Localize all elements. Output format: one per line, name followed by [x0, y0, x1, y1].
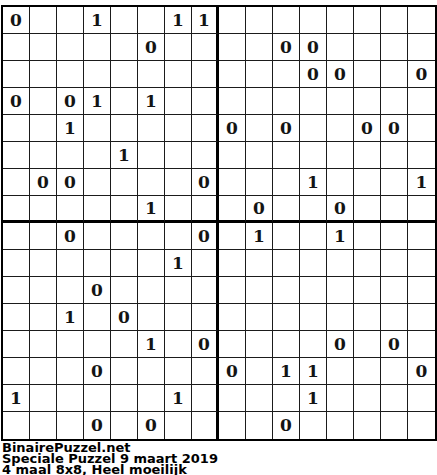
cell-r6c9[interactable]: [219, 142, 246, 169]
cell-r13c12[interactable]: [300, 331, 327, 358]
cell-r15c15[interactable]: [381, 385, 408, 412]
cell-r12c11[interactable]: [273, 304, 300, 331]
cell-r2c6: 0: [138, 34, 165, 61]
cell-r5c13[interactable]: [327, 115, 354, 142]
cell-r13c6: 1: [138, 331, 165, 358]
cell-r4c12[interactable]: [300, 88, 327, 115]
cell-r7c11[interactable]: [273, 169, 300, 196]
cell-r2c14[interactable]: [354, 34, 381, 61]
cell-r15c6[interactable]: [138, 385, 165, 412]
cell-r1c1: 0: [3, 7, 30, 34]
cell-r11c8[interactable]: [192, 277, 219, 304]
cell-r7c5[interactable]: [111, 169, 138, 196]
cell-r5c6[interactable]: [138, 115, 165, 142]
cell-r1c10[interactable]: [246, 7, 273, 34]
cell-r12c7[interactable]: [165, 304, 192, 331]
cell-r12c12[interactable]: [300, 304, 327, 331]
cell-r3c15[interactable]: [381, 61, 408, 88]
cell-r9c15[interactable]: [381, 223, 408, 250]
cell-r13c7[interactable]: [165, 331, 192, 358]
cell-r9c7[interactable]: [165, 223, 192, 250]
cell-r12c14[interactable]: [354, 304, 381, 331]
cell-r13c1[interactable]: [3, 331, 30, 358]
cell-r2c15[interactable]: [381, 34, 408, 61]
cell-r10c8[interactable]: [192, 250, 219, 277]
cell-r12c5: 0: [111, 304, 138, 331]
cell-r2c5[interactable]: [111, 34, 138, 61]
cell-r16c14[interactable]: [354, 412, 381, 439]
cell-r7c14[interactable]: [354, 169, 381, 196]
cell-r8c11[interactable]: [273, 196, 300, 223]
cell-r11c9[interactable]: [219, 277, 246, 304]
cell-r13c2[interactable]: [30, 331, 57, 358]
binairo-board: 0111000000001110000100011100001110101000…: [1, 5, 437, 441]
cell-r7c2: 0: [30, 169, 57, 196]
cell-r14c7[interactable]: [165, 358, 192, 385]
cell-r14c9: 0: [219, 358, 246, 385]
cell-r8c6: 1: [138, 196, 165, 223]
cell-r16c13[interactable]: [327, 412, 354, 439]
cell-r15c11[interactable]: [273, 385, 300, 412]
cell-r4c10[interactable]: [246, 88, 273, 115]
cell-r12c8[interactable]: [192, 304, 219, 331]
cell-r1c13[interactable]: [327, 7, 354, 34]
cell-r1c9[interactable]: [219, 7, 246, 34]
cell-r8c4[interactable]: [84, 196, 111, 223]
cell-r16c1[interactable]: [3, 412, 30, 439]
cell-r9c16[interactable]: [408, 223, 435, 250]
cell-r10c1[interactable]: [3, 250, 30, 277]
cell-r6c14[interactable]: [354, 142, 381, 169]
cell-r9c9[interactable]: [219, 223, 246, 250]
cell-r1c16[interactable]: [408, 7, 435, 34]
cell-r15c12: 1: [300, 385, 327, 412]
cell-r16c2[interactable]: [30, 412, 57, 439]
cell-r7c13[interactable]: [327, 169, 354, 196]
cell-r2c4[interactable]: [84, 34, 111, 61]
cell-r10c7: 1: [165, 250, 192, 277]
cell-r3c13: 0: [327, 61, 354, 88]
cell-r14c13[interactable]: [327, 358, 354, 385]
cell-r5c11: 0: [273, 115, 300, 142]
cell-r1c15[interactable]: [381, 7, 408, 34]
cell-r5c9: 0: [219, 115, 246, 142]
cell-r4c9[interactable]: [219, 88, 246, 115]
cell-r12c16[interactable]: [408, 304, 435, 331]
cell-r6c2[interactable]: [30, 142, 57, 169]
cell-r4c2[interactable]: [30, 88, 57, 115]
cell-r3c3[interactable]: [57, 61, 84, 88]
cell-r15c3[interactable]: [57, 385, 84, 412]
cell-r15c7: 1: [165, 385, 192, 412]
cell-r10c4[interactable]: [84, 250, 111, 277]
cell-r5c1[interactable]: [3, 115, 30, 142]
cell-r9c2[interactable]: [30, 223, 57, 250]
cell-r9c1[interactable]: [3, 223, 30, 250]
cell-r8c16[interactable]: [408, 196, 435, 223]
cell-r7c15[interactable]: [381, 169, 408, 196]
cell-r4c14[interactable]: [354, 88, 381, 115]
cell-r12c1[interactable]: [3, 304, 30, 331]
cell-r11c3[interactable]: [57, 277, 84, 304]
cell-r15c10[interactable]: [246, 385, 273, 412]
cell-r8c12[interactable]: [300, 196, 327, 223]
cell-r3c1[interactable]: [3, 61, 30, 88]
cell-r11c2[interactable]: [30, 277, 57, 304]
cell-r7c4[interactable]: [84, 169, 111, 196]
cell-r16c5[interactable]: [111, 412, 138, 439]
cell-r11c6[interactable]: [138, 277, 165, 304]
cell-r1c11[interactable]: [273, 7, 300, 34]
cell-r3c14[interactable]: [354, 61, 381, 88]
cell-r13c15: 0: [381, 331, 408, 358]
cell-r6c7[interactable]: [165, 142, 192, 169]
cell-r11c7[interactable]: [165, 277, 192, 304]
cell-r1c4: 1: [84, 7, 111, 34]
cell-r2c8[interactable]: [192, 34, 219, 61]
cell-r9c4[interactable]: [84, 223, 111, 250]
cell-r2c13[interactable]: [327, 34, 354, 61]
cell-r8c10: 0: [246, 196, 273, 223]
cell-r10c14[interactable]: [354, 250, 381, 277]
cell-r10c13[interactable]: [327, 250, 354, 277]
cell-r11c14[interactable]: [354, 277, 381, 304]
cell-r16c15[interactable]: [381, 412, 408, 439]
cell-r14c6[interactable]: [138, 358, 165, 385]
cell-r16c9[interactable]: [219, 412, 246, 439]
cell-r12c13[interactable]: [327, 304, 354, 331]
cell-r7c12: 1: [300, 169, 327, 196]
cell-r16c11: 0: [273, 412, 300, 439]
cell-r16c3[interactable]: [57, 412, 84, 439]
cell-r2c9[interactable]: [219, 34, 246, 61]
cell-r7c6[interactable]: [138, 169, 165, 196]
cell-r4c1: 0: [3, 88, 30, 115]
cell-r1c3[interactable]: [57, 7, 84, 34]
cell-r16c4: 0: [84, 412, 111, 439]
cell-r3c8[interactable]: [192, 61, 219, 88]
cell-r12c10[interactable]: [246, 304, 273, 331]
cell-r15c1: 1: [3, 385, 30, 412]
cell-r8c3[interactable]: [57, 196, 84, 223]
cell-r11c12[interactable]: [300, 277, 327, 304]
cell-r2c3[interactable]: [57, 34, 84, 61]
cell-r14c15[interactable]: [381, 358, 408, 385]
cell-r9c8: 0: [192, 223, 219, 250]
cell-r14c14[interactable]: [354, 358, 381, 385]
cell-r6c16[interactable]: [408, 142, 435, 169]
cell-r2c10[interactable]: [246, 34, 273, 61]
cell-r3c4[interactable]: [84, 61, 111, 88]
cell-r1c8: 1: [192, 7, 219, 34]
cell-r14c11: 1: [273, 358, 300, 385]
cell-r1c12[interactable]: [300, 7, 327, 34]
cell-r2c16[interactable]: [408, 34, 435, 61]
cell-r5c2[interactable]: [30, 115, 57, 142]
cell-r15c9[interactable]: [219, 385, 246, 412]
cell-r6c10[interactable]: [246, 142, 273, 169]
cell-r9c3: 0: [57, 223, 84, 250]
cell-r3c2[interactable]: [30, 61, 57, 88]
cell-r11c5[interactable]: [111, 277, 138, 304]
cell-r6c15[interactable]: [381, 142, 408, 169]
cell-r9c14[interactable]: [354, 223, 381, 250]
cell-r5c5[interactable]: [111, 115, 138, 142]
cell-r16c8[interactable]: [192, 412, 219, 439]
cell-r16c12[interactable]: [300, 412, 327, 439]
cell-r6c4[interactable]: [84, 142, 111, 169]
cell-r10c16[interactable]: [408, 250, 435, 277]
cell-r6c6[interactable]: [138, 142, 165, 169]
cell-r5c16[interactable]: [408, 115, 435, 142]
cell-r14c12: 1: [300, 358, 327, 385]
cell-r10c5[interactable]: [111, 250, 138, 277]
cell-r14c10[interactable]: [246, 358, 273, 385]
cell-r5c14: 0: [354, 115, 381, 142]
cell-r13c4[interactable]: [84, 331, 111, 358]
cell-r7c8: 0: [192, 169, 219, 196]
cell-r5c7[interactable]: [165, 115, 192, 142]
cell-r8c5[interactable]: [111, 196, 138, 223]
cell-r4c15[interactable]: [381, 88, 408, 115]
cell-r14c4: 0: [84, 358, 111, 385]
cell-r13c10[interactable]: [246, 331, 273, 358]
cell-r12c3: 1: [57, 304, 84, 331]
cell-r1c2[interactable]: [30, 7, 57, 34]
cell-r11c4: 0: [84, 277, 111, 304]
cell-r7c16: 1: [408, 169, 435, 196]
cell-r13c5[interactable]: [111, 331, 138, 358]
cell-r13c16[interactable]: [408, 331, 435, 358]
cell-r3c6[interactable]: [138, 61, 165, 88]
cell-r10c3[interactable]: [57, 250, 84, 277]
cell-r9c5[interactable]: [111, 223, 138, 250]
cell-r3c12: 0: [300, 61, 327, 88]
cell-r6c5: 1: [111, 142, 138, 169]
cell-r4c5[interactable]: [111, 88, 138, 115]
cell-r14c3[interactable]: [57, 358, 84, 385]
cell-r14c16: 0: [408, 358, 435, 385]
cell-r5c3: 1: [57, 115, 84, 142]
cell-r7c1[interactable]: [3, 169, 30, 196]
cell-r4c13[interactable]: [327, 88, 354, 115]
cell-r5c8[interactable]: [192, 115, 219, 142]
cell-r3c10[interactable]: [246, 61, 273, 88]
cell-r11c10[interactable]: [246, 277, 273, 304]
cell-r7c9[interactable]: [219, 169, 246, 196]
cell-r1c7: 1: [165, 7, 192, 34]
cell-r16c6: 0: [138, 412, 165, 439]
cell-r13c9[interactable]: [219, 331, 246, 358]
cell-r2c7[interactable]: [165, 34, 192, 61]
cell-r8c1[interactable]: [3, 196, 30, 223]
cell-r3c9[interactable]: [219, 61, 246, 88]
cell-r12c2[interactable]: [30, 304, 57, 331]
cell-r15c8[interactable]: [192, 385, 219, 412]
cell-r16c16[interactable]: [408, 412, 435, 439]
cell-r12c4[interactable]: [84, 304, 111, 331]
cell-r11c15[interactable]: [381, 277, 408, 304]
cell-r14c5[interactable]: [111, 358, 138, 385]
cell-r13c3[interactable]: [57, 331, 84, 358]
cell-r10c6[interactable]: [138, 250, 165, 277]
cell-r13c8: 0: [192, 331, 219, 358]
cell-r15c2[interactable]: [30, 385, 57, 412]
cell-r11c1[interactable]: [3, 277, 30, 304]
cell-r14c2[interactable]: [30, 358, 57, 385]
cell-r6c12[interactable]: [300, 142, 327, 169]
cell-r8c15[interactable]: [381, 196, 408, 223]
cell-r4c16[interactable]: [408, 88, 435, 115]
cell-r7c3: 0: [57, 169, 84, 196]
cell-r2c11: 0: [273, 34, 300, 61]
cell-r10c11[interactable]: [273, 250, 300, 277]
cell-r11c11[interactable]: [273, 277, 300, 304]
cell-r14c1[interactable]: [3, 358, 30, 385]
cell-r15c4[interactable]: [84, 385, 111, 412]
cell-r2c12: 0: [300, 34, 327, 61]
cell-r13c13: 0: [327, 331, 354, 358]
cell-r13c11[interactable]: [273, 331, 300, 358]
cell-r3c11[interactable]: [273, 61, 300, 88]
cell-r9c6[interactable]: [138, 223, 165, 250]
cell-r6c1[interactable]: [3, 142, 30, 169]
cell-r10c9[interactable]: [219, 250, 246, 277]
cell-r6c3[interactable]: [57, 142, 84, 169]
cell-r8c13: 0: [327, 196, 354, 223]
cell-r11c16[interactable]: [408, 277, 435, 304]
cell-r10c10[interactable]: [246, 250, 273, 277]
cell-r5c12[interactable]: [300, 115, 327, 142]
cell-r5c15: 0: [381, 115, 408, 142]
cell-r12c6[interactable]: [138, 304, 165, 331]
footer: BinairePuzzel.net Speciale Puzzel 9 maar…: [2, 442, 437, 475]
cell-r6c13[interactable]: [327, 142, 354, 169]
cell-r11c13[interactable]: [327, 277, 354, 304]
cell-r7c10[interactable]: [246, 169, 273, 196]
cell-r15c5[interactable]: [111, 385, 138, 412]
cell-r9c11[interactable]: [273, 223, 300, 250]
cell-r8c14[interactable]: [354, 196, 381, 223]
cell-r16c10[interactable]: [246, 412, 273, 439]
cell-r4c3: 0: [57, 88, 84, 115]
cell-r4c11[interactable]: [273, 88, 300, 115]
cell-r4c7[interactable]: [165, 88, 192, 115]
cell-r5c10[interactable]: [246, 115, 273, 142]
cell-r10c15[interactable]: [381, 250, 408, 277]
cell-r8c9[interactable]: [219, 196, 246, 223]
cell-r4c4: 1: [84, 88, 111, 115]
cell-r2c1[interactable]: [3, 34, 30, 61]
cell-r4c8[interactable]: [192, 88, 219, 115]
cell-r1c6[interactable]: [138, 7, 165, 34]
cell-r15c16[interactable]: [408, 385, 435, 412]
cell-r5c4[interactable]: [84, 115, 111, 142]
cell-r10c2[interactable]: [30, 250, 57, 277]
cell-r15c13[interactable]: [327, 385, 354, 412]
cell-r7c7[interactable]: [165, 169, 192, 196]
cell-r8c2[interactable]: [30, 196, 57, 223]
cell-r9c13: 1: [327, 223, 354, 250]
cell-r12c9[interactable]: [219, 304, 246, 331]
cell-r10c12[interactable]: [300, 250, 327, 277]
cell-r6c11[interactable]: [273, 142, 300, 169]
cell-r1c5[interactable]: [111, 7, 138, 34]
cell-r1c14[interactable]: [354, 7, 381, 34]
cell-r9c10: 1: [246, 223, 273, 250]
cell-r12c15[interactable]: [381, 304, 408, 331]
cell-r8c7[interactable]: [165, 196, 192, 223]
cell-r9c12[interactable]: [300, 223, 327, 250]
cell-r16c7[interactable]: [165, 412, 192, 439]
cell-r2c2[interactable]: [30, 34, 57, 61]
cell-r3c5[interactable]: [111, 61, 138, 88]
cell-r4c6: 1: [138, 88, 165, 115]
cell-r8c8[interactable]: [192, 196, 219, 223]
cell-r13c14[interactable]: [354, 331, 381, 358]
cell-r15c14[interactable]: [354, 385, 381, 412]
puzzle-page: 0111000000001110000100011100001110101000…: [0, 0, 437, 475]
cell-r3c16: 0: [408, 61, 435, 88]
cell-r3c7[interactable]: [165, 61, 192, 88]
cell-r14c8[interactable]: [192, 358, 219, 385]
cell-r6c8[interactable]: [192, 142, 219, 169]
puzzle-difficulty: 4 maal 8x8, Heel moeilijk: [2, 464, 437, 475]
